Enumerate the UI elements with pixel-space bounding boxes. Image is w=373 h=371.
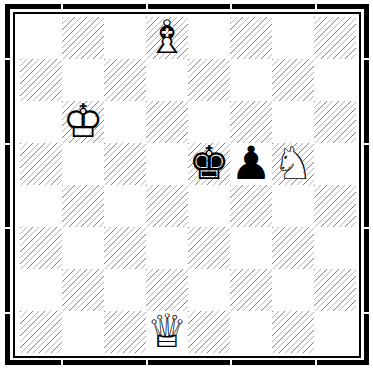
white-king: ♚♔: [62, 101, 104, 143]
square-g5[interactable]: ♞♘: [272, 143, 314, 185]
square-b3[interactable]: [62, 227, 104, 269]
square-c8[interactable]: [104, 17, 146, 59]
border-tick: [146, 360, 148, 365]
square-f7[interactable]: [230, 59, 272, 101]
square-d1[interactable]: ♛♕: [146, 311, 188, 353]
border-tick: [5, 227, 10, 229]
square-g4[interactable]: [272, 185, 314, 227]
square-b4[interactable]: [62, 185, 104, 227]
square-f5[interactable]: ♟: [230, 143, 272, 185]
square-f1[interactable]: [230, 311, 272, 353]
square-b5[interactable]: [62, 143, 104, 185]
black-king: ♚: [188, 143, 230, 185]
square-g8[interactable]: [272, 17, 314, 59]
border-tick: [146, 4, 148, 9]
border-tick: [364, 312, 369, 314]
white-knight: ♞♘: [272, 143, 314, 185]
chess-diagram: ♝♗♚♔♚♟♞♘♛♕: [0, 0, 373, 371]
border-tick: [5, 143, 10, 145]
square-d7[interactable]: [146, 59, 188, 101]
border-tick: [230, 4, 232, 9]
square-a4[interactable]: [20, 185, 62, 227]
square-b8[interactable]: [62, 17, 104, 59]
square-g2[interactable]: [272, 269, 314, 311]
square-a3[interactable]: [20, 227, 62, 269]
square-e3[interactable]: [188, 227, 230, 269]
square-b1[interactable]: [62, 311, 104, 353]
square-d5[interactable]: [146, 143, 188, 185]
square-e5[interactable]: ♚: [188, 143, 230, 185]
square-f3[interactable]: [230, 227, 272, 269]
square-c5[interactable]: [104, 143, 146, 185]
square-d6[interactable]: [146, 101, 188, 143]
square-c7[interactable]: [104, 59, 146, 101]
border-tick: [364, 58, 369, 60]
square-d3[interactable]: [146, 227, 188, 269]
square-c2[interactable]: [104, 269, 146, 311]
border-tick: [5, 58, 10, 60]
square-h7[interactable]: [314, 59, 356, 101]
board: ♝♗♚♔♚♟♞♘♛♕: [20, 17, 356, 353]
square-g3[interactable]: [272, 227, 314, 269]
white-queen: ♛♕: [146, 311, 188, 353]
square-e7[interactable]: [188, 59, 230, 101]
square-b6[interactable]: ♚♔: [62, 101, 104, 143]
square-a5[interactable]: [20, 143, 62, 185]
border-tick: [5, 312, 10, 314]
border-tick: [315, 360, 317, 365]
border-tick: [315, 4, 317, 9]
square-f4[interactable]: [230, 185, 272, 227]
border-tick: [61, 360, 63, 365]
square-h1[interactable]: [314, 311, 356, 353]
square-c4[interactable]: [104, 185, 146, 227]
square-h3[interactable]: [314, 227, 356, 269]
square-g1[interactable]: [272, 311, 314, 353]
square-c6[interactable]: [104, 101, 146, 143]
white-bishop: ♝♗: [146, 17, 188, 59]
square-a2[interactable]: [20, 269, 62, 311]
border-tick: [61, 4, 63, 9]
square-e2[interactable]: [188, 269, 230, 311]
black-pawn: ♟: [230, 143, 272, 185]
square-e1[interactable]: [188, 311, 230, 353]
square-e8[interactable]: [188, 17, 230, 59]
square-h6[interactable]: [314, 101, 356, 143]
square-e4[interactable]: [188, 185, 230, 227]
square-c1[interactable]: [104, 311, 146, 353]
border-tick: [364, 143, 369, 145]
square-a7[interactable]: [20, 59, 62, 101]
square-g7[interactable]: [272, 59, 314, 101]
square-h2[interactable]: [314, 269, 356, 311]
square-d8[interactable]: ♝♗: [146, 17, 188, 59]
square-a8[interactable]: [20, 17, 62, 59]
square-h4[interactable]: [314, 185, 356, 227]
square-c3[interactable]: [104, 227, 146, 269]
square-f8[interactable]: [230, 17, 272, 59]
square-h8[interactable]: [314, 17, 356, 59]
square-a6[interactable]: [20, 101, 62, 143]
square-a1[interactable]: [20, 311, 62, 353]
border-tick: [364, 227, 369, 229]
square-b2[interactable]: [62, 269, 104, 311]
border-tick: [230, 360, 232, 365]
square-d4[interactable]: [146, 185, 188, 227]
square-h5[interactable]: [314, 143, 356, 185]
square-f2[interactable]: [230, 269, 272, 311]
